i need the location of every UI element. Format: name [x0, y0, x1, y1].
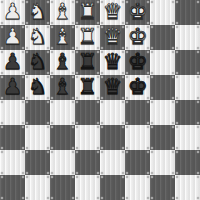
square-d8[interactable]: ♜ — [75, 0, 100, 25]
piece-white-queen[interactable]: ♛ — [103, 25, 123, 49]
square-b6[interactable]: ♞ — [25, 50, 50, 75]
square-a7[interactable]: ♟ — [0, 25, 25, 50]
piece-black-queen[interactable]: ♛ — [103, 50, 123, 74]
square-a2[interactable] — [0, 150, 25, 175]
square-d2[interactable] — [75, 150, 100, 175]
square-f4[interactable] — [125, 100, 150, 125]
square-e8[interactable]: ♛ — [100, 0, 125, 25]
square-c5[interactable]: ♝ — [50, 75, 75, 100]
square-e5[interactable]: ♛ — [100, 75, 125, 100]
square-g5[interactable] — [150, 75, 175, 100]
square-c1[interactable] — [50, 175, 75, 200]
piece-white-rook[interactable]: ♜ — [78, 0, 98, 24]
square-a5[interactable]: ♟ — [0, 75, 25, 100]
piece-white-king[interactable]: ♚ — [128, 25, 148, 49]
square-b1[interactable] — [25, 175, 50, 200]
piece-black-bishop[interactable]: ♝ — [53, 75, 73, 99]
piece-white-knight[interactable]: ♞ — [28, 25, 48, 49]
piece-black-pawn[interactable]: ♟ — [3, 75, 23, 99]
square-f1[interactable] — [125, 175, 150, 200]
square-b4[interactable] — [25, 100, 50, 125]
square-e7[interactable]: ♛ — [100, 25, 125, 50]
square-f7[interactable]: ♚ — [125, 25, 150, 50]
square-h7[interactable] — [175, 25, 200, 50]
square-b2[interactable] — [25, 150, 50, 175]
piece-black-queen[interactable]: ♛ — [103, 75, 123, 99]
piece-black-king[interactable]: ♚ — [128, 50, 148, 74]
square-a8[interactable]: ♟ — [0, 0, 25, 25]
piece-white-king[interactable]: ♚ — [128, 0, 148, 24]
square-e6[interactable]: ♛ — [100, 50, 125, 75]
square-d5[interactable]: ♜ — [75, 75, 100, 100]
square-g6[interactable] — [150, 50, 175, 75]
square-d7[interactable]: ♜ — [75, 25, 100, 50]
piece-white-bishop[interactable]: ♝ — [53, 0, 73, 24]
square-g1[interactable] — [150, 175, 175, 200]
piece-black-knight[interactable]: ♞ — [28, 75, 48, 99]
square-e3[interactable] — [100, 125, 125, 150]
square-b5[interactable]: ♞ — [25, 75, 50, 100]
square-h8[interactable] — [175, 0, 200, 25]
square-c4[interactable] — [50, 100, 75, 125]
square-c2[interactable] — [50, 150, 75, 175]
square-h4[interactable] — [175, 100, 200, 125]
chess-board: ♟♞♝♜♛♚♟♞♝♜♛♚♟♞♝♜♛♚♟♞♝♜♛♚ — [0, 0, 200, 200]
square-e2[interactable] — [100, 150, 125, 175]
piece-black-knight[interactable]: ♞ — [28, 50, 48, 74]
square-f5[interactable]: ♚ — [125, 75, 150, 100]
piece-white-pawn[interactable]: ♟ — [3, 25, 23, 49]
square-h3[interactable] — [175, 125, 200, 150]
square-g2[interactable] — [150, 150, 175, 175]
piece-black-king[interactable]: ♚ — [128, 75, 148, 99]
square-h6[interactable] — [175, 50, 200, 75]
square-e4[interactable] — [100, 100, 125, 125]
square-h1[interactable] — [175, 175, 200, 200]
square-a6[interactable]: ♟ — [0, 50, 25, 75]
square-h5[interactable] — [175, 75, 200, 100]
piece-black-rook[interactable]: ♜ — [78, 75, 98, 99]
piece-white-pawn[interactable]: ♟ — [3, 0, 23, 24]
square-c3[interactable] — [50, 125, 75, 150]
square-h2[interactable] — [175, 150, 200, 175]
square-g4[interactable] — [150, 100, 175, 125]
piece-white-rook[interactable]: ♜ — [78, 25, 98, 49]
square-c6[interactable]: ♝ — [50, 50, 75, 75]
piece-black-bishop[interactable]: ♝ — [53, 50, 73, 74]
square-f2[interactable] — [125, 150, 150, 175]
square-d4[interactable] — [75, 100, 100, 125]
piece-white-queen[interactable]: ♛ — [103, 0, 123, 24]
square-f3[interactable] — [125, 125, 150, 150]
square-g3[interactable] — [150, 125, 175, 150]
piece-white-bishop[interactable]: ♝ — [53, 25, 73, 49]
square-e1[interactable] — [100, 175, 125, 200]
square-b3[interactable] — [25, 125, 50, 150]
piece-black-rook[interactable]: ♜ — [78, 50, 98, 74]
square-a1[interactable] — [0, 175, 25, 200]
square-c7[interactable]: ♝ — [50, 25, 75, 50]
square-a4[interactable] — [0, 100, 25, 125]
square-d3[interactable] — [75, 125, 100, 150]
square-a3[interactable] — [0, 125, 25, 150]
square-b7[interactable]: ♞ — [25, 25, 50, 50]
piece-black-pawn[interactable]: ♟ — [3, 50, 23, 74]
square-b8[interactable]: ♞ — [25, 0, 50, 25]
square-c8[interactable]: ♝ — [50, 0, 75, 25]
piece-white-knight[interactable]: ♞ — [28, 0, 48, 24]
square-d6[interactable]: ♜ — [75, 50, 100, 75]
square-d1[interactable] — [75, 175, 100, 200]
square-g8[interactable] — [150, 0, 175, 25]
square-f6[interactable]: ♚ — [125, 50, 150, 75]
square-f8[interactable]: ♚ — [125, 0, 150, 25]
square-g7[interactable] — [150, 25, 175, 50]
